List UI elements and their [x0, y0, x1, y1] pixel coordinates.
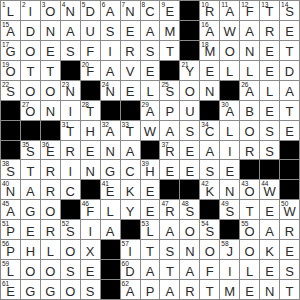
cell-r4c3[interactable]: T [41, 61, 60, 80]
cell-r14c8[interactable]: A [141, 260, 160, 279]
block-r15c6 [101, 280, 120, 299]
cell-letter: H [21, 240, 40, 259]
cell-r2c12[interactable]: W [220, 21, 239, 40]
cell-r2c15[interactable]: E [280, 21, 299, 40]
cell-r14c13[interactable]: L [240, 260, 259, 279]
cell-letter: E [141, 180, 160, 199]
cell-letter: K [260, 240, 279, 259]
cell-r12c8[interactable]: 53L [141, 220, 160, 239]
cell-r6c10[interactable]: U [180, 101, 199, 120]
cell-r15c13[interactable]: E [240, 280, 259, 299]
cell-letter: L [240, 260, 259, 279]
cell-r4c6[interactable]: A [101, 61, 120, 80]
cell-r13c3[interactable]: L [41, 240, 60, 259]
cell-r13c8[interactable]: T [141, 240, 160, 259]
block-r10c5 [81, 180, 100, 199]
cell-r12c10[interactable]: O [180, 220, 199, 239]
cell-r9c10[interactable]: E [180, 160, 199, 179]
cell-r2c7[interactable]: E [121, 21, 140, 40]
cell-r12c13[interactable]: 55O [240, 220, 259, 239]
cell-letter: E [41, 141, 60, 160]
cell-r4c10[interactable]: 21Y [180, 61, 199, 80]
cell-r13c14[interactable]: K [260, 240, 279, 259]
cell-letter: O [21, 101, 40, 120]
cell-r5c3[interactable]: O [41, 81, 60, 100]
cell-r10c12[interactable]: N [220, 180, 239, 199]
cell-letter: T [280, 101, 299, 120]
cell-r5c9[interactable]: 25S [160, 81, 179, 100]
cell-letter: X [81, 240, 100, 259]
cell-r3c6[interactable]: I [101, 41, 120, 60]
cell-letter: R [260, 21, 279, 40]
cell-letter: F [81, 41, 100, 60]
cell-letter: E [280, 21, 299, 40]
cell-r14c11[interactable]: F [200, 260, 219, 279]
cell-r10c8[interactable]: E [141, 180, 160, 199]
cell-r11c10[interactable]: 48S [180, 200, 199, 219]
block-r6c1 [1, 101, 20, 120]
cell-r8c13[interactable]: R [240, 141, 259, 160]
cell-letter: E [101, 180, 120, 199]
cell-r5c4[interactable]: 23N [61, 81, 80, 100]
cell-letter: L [141, 81, 160, 100]
cell-r13c2[interactable]: H [21, 240, 40, 259]
cell-letter: S [101, 21, 120, 40]
cell-r4c12[interactable]: L [220, 61, 239, 80]
cell-letter: L [1, 1, 20, 20]
cell-r3c1[interactable]: 17G [1, 41, 20, 60]
cell-r2c5[interactable]: U [81, 21, 100, 40]
cell-letter: D [121, 260, 140, 279]
cell-r8c12[interactable]: I [220, 141, 239, 160]
cell-letter: W [280, 200, 299, 219]
cell-letter: O [61, 240, 80, 259]
cell-letter: A [61, 21, 80, 40]
cell-r14c2[interactable]: O [21, 260, 40, 279]
cell-r8c10[interactable]: E [180, 141, 199, 160]
cell-letter: E [41, 41, 60, 60]
cell-r13c11[interactable]: O [200, 240, 219, 259]
cell-r3c13[interactable]: N [240, 41, 259, 60]
cell-r8c7[interactable]: A [121, 141, 140, 160]
cell-r9c4[interactable]: I [61, 160, 80, 179]
cell-letter: E [260, 41, 279, 60]
cell-r9c7[interactable]: C [121, 160, 140, 179]
cell-letter: W [260, 180, 279, 199]
cell-r15c12[interactable]: M [220, 280, 239, 299]
cell-letter: F [200, 260, 219, 279]
cell-letter: I [101, 41, 120, 60]
cell-r11c5[interactable]: 46F [81, 200, 100, 219]
cell-r7c6[interactable]: 32A [101, 121, 120, 140]
cell-letter: F [240, 1, 259, 20]
cell-r11c9[interactable]: 47R [160, 200, 179, 219]
cell-letter: N [61, 81, 80, 100]
cell-r12c1[interactable]: 51P [1, 220, 20, 239]
cell-r7c11[interactable]: 34C [200, 121, 219, 140]
cell-r10c1[interactable]: 40N [1, 180, 20, 199]
cell-r5c13[interactable]: 26A [240, 81, 259, 100]
cell-r11c8[interactable]: E [141, 200, 160, 219]
cell-letter: L [101, 200, 120, 219]
cell-r3c11[interactable]: 18M [200, 41, 219, 60]
cell-r3c7[interactable]: R [121, 41, 140, 60]
cell-r15c1[interactable]: 61E [1, 280, 20, 299]
cell-r3c12[interactable]: O [220, 41, 239, 60]
cell-r8c5[interactable]: E [81, 141, 100, 160]
cell-r3c8[interactable]: S [141, 41, 160, 60]
cell-r2c9[interactable]: M [160, 21, 179, 40]
cell-letter: O [1, 61, 20, 80]
cell-letter: G [21, 280, 40, 299]
cell-r11c12[interactable]: 49S [220, 200, 239, 219]
cell-r15c4[interactable]: O [61, 280, 80, 299]
cell-letter: O [41, 260, 60, 279]
cell-r4c11[interactable]: E [200, 61, 219, 80]
cell-r6c3[interactable]: N [41, 101, 60, 120]
cell-r6c13[interactable]: B [240, 101, 259, 120]
cell-r12c15[interactable]: R [280, 220, 299, 239]
cell-r9c11[interactable]: S [200, 160, 219, 179]
block-r5c12 [220, 81, 239, 100]
block-r4c9 [160, 61, 179, 80]
cell-letter: A [141, 21, 160, 40]
cell-r14c4[interactable]: S [61, 260, 80, 279]
cell-r5c14[interactable]: L [260, 81, 279, 100]
cell-r10c6[interactable]: 41E [101, 180, 120, 199]
cell-r7c14[interactable]: S [260, 121, 279, 140]
cell-letter: N [121, 1, 140, 20]
cell-r6c4[interactable]: I [61, 101, 80, 120]
cell-letter: A [180, 260, 199, 279]
block-r12c12 [220, 220, 239, 239]
cell-letter: N [101, 81, 120, 100]
cell-letter: O [41, 1, 60, 20]
cell-r3c3[interactable]: E [41, 41, 60, 60]
cell-r6c9[interactable]: P [160, 101, 179, 120]
cell-r9c8[interactable]: 39H [141, 160, 160, 179]
cell-letter: S [141, 41, 160, 60]
cell-r9c2[interactable]: T [21, 160, 40, 179]
cell-letter: S [280, 260, 299, 279]
cell-r14c15[interactable]: S [280, 260, 299, 279]
cell-r5c2[interactable]: O [21, 81, 40, 100]
cell-r8c3[interactable]: 36E [41, 141, 60, 160]
cell-letter: S [61, 220, 80, 239]
cell-letter: M [200, 41, 219, 60]
block-r10c9 [160, 180, 179, 199]
cell-r1c3[interactable]: 3O [41, 1, 60, 20]
cell-r1c15[interactable]: 14S [280, 1, 299, 20]
cell-letter: E [280, 240, 299, 259]
cell-r1c14[interactable]: 13T [260, 1, 279, 20]
cell-r3c2[interactable]: O [21, 41, 40, 60]
cell-r14c5[interactable]: E [81, 260, 100, 279]
cell-r13c5[interactable]: X [81, 240, 100, 259]
cell-r14c10[interactable]: A [180, 260, 199, 279]
crossword-grid: 1L2I3O4N5D6A7N8C9E10R11A12F13T14S15ADNAU… [0, 0, 300, 300]
cell-letter: S [220, 200, 239, 219]
cell-letter: E [260, 260, 279, 279]
cell-r8c6[interactable]: N [101, 141, 120, 160]
cell-r15c15[interactable]: T [280, 280, 299, 299]
cell-r9c6[interactable]: G [101, 160, 120, 179]
cell-r12c14[interactable]: A [260, 220, 279, 239]
cell-r13c7[interactable]: 57I [121, 240, 140, 259]
cell-letter: N [1, 180, 20, 199]
cell-r15c3[interactable]: G [41, 280, 60, 299]
cell-r15c7[interactable]: 62A [121, 280, 140, 299]
cell-r14c14[interactable]: E [260, 260, 279, 279]
cell-r6c14[interactable]: E [260, 101, 279, 120]
cell-letter: L [260, 81, 279, 100]
cell-letter: O [240, 220, 259, 239]
cell-letter: E [81, 141, 100, 160]
cell-letter: C [141, 1, 160, 20]
cell-r7c10[interactable]: S [180, 121, 199, 140]
cell-r4c8[interactable]: E [141, 61, 160, 80]
cell-r3c4[interactable]: S [61, 41, 80, 60]
cell-r1c9[interactable]: 9E [160, 1, 179, 20]
cell-r8c14[interactable]: S [260, 141, 279, 160]
cell-r12c4[interactable]: 52S [61, 220, 80, 239]
cell-letter: O [240, 121, 259, 140]
cell-r8c2[interactable]: 35S [21, 141, 40, 160]
cell-letter: O [21, 81, 40, 100]
cell-r2c3[interactable]: N [41, 21, 60, 40]
block-r5c5 [81, 81, 100, 100]
cell-r15c2[interactable]: G [21, 280, 40, 299]
cell-r12c9[interactable]: A [160, 220, 179, 239]
cell-r14c9[interactable]: T [160, 260, 179, 279]
cell-r2c8[interactable]: A [141, 21, 160, 40]
block-r6c11 [200, 101, 219, 120]
cell-r1c13[interactable]: 12F [240, 1, 259, 20]
cell-r11c3[interactable]: O [41, 200, 60, 219]
cell-r10c11[interactable]: 42K [200, 180, 219, 199]
cell-r12c2[interactable]: E [21, 220, 40, 239]
cell-letter: J [220, 240, 239, 259]
cell-letter: T [21, 160, 40, 179]
cell-r1c12[interactable]: 11A [220, 1, 239, 20]
cell-r1c11[interactable]: 10R [200, 1, 219, 20]
cell-r11c14[interactable]: E [260, 200, 279, 219]
cell-letter: S [180, 121, 199, 140]
cell-letter: R [160, 200, 179, 219]
cell-r14c3[interactable]: O [41, 260, 60, 279]
cell-r10c4[interactable]: C [61, 180, 80, 199]
cell-letter: A [160, 121, 179, 140]
cell-r7c5[interactable]: H [81, 121, 100, 140]
cell-r9c1[interactable]: 38S [1, 160, 20, 179]
cell-r3c15[interactable]: T [280, 41, 299, 60]
cell-r3c14[interactable]: E [260, 41, 279, 60]
cell-r11c15[interactable]: 50W [280, 200, 299, 219]
cell-letter: E [141, 61, 160, 80]
cell-r13c4[interactable]: O [61, 240, 80, 259]
cell-r4c15[interactable]: D [280, 61, 299, 80]
cell-letter: E [180, 141, 199, 160]
cell-letter: P [1, 240, 20, 259]
cell-r8c4[interactable]: R [61, 141, 80, 160]
cell-letter: E [260, 101, 279, 120]
block-r7c3 [41, 121, 60, 140]
cell-r7c9[interactable]: A [160, 121, 179, 140]
cell-letter: A [240, 81, 259, 100]
cell-letter: O [240, 240, 259, 259]
cell-r11c2[interactable]: G [21, 200, 40, 219]
cell-r4c13[interactable]: L [240, 61, 259, 80]
cell-letter: S [81, 280, 100, 299]
cell-r2c11[interactable]: 16A [200, 21, 219, 40]
cell-letter: R [61, 141, 80, 160]
cell-letter: A [200, 21, 219, 40]
cell-letter: E [121, 21, 140, 40]
cell-letter: V [121, 61, 140, 80]
cell-r4c7[interactable]: V [121, 61, 140, 80]
cell-r15c9[interactable]: A [160, 280, 179, 299]
cell-r2c14[interactable]: R [260, 21, 279, 40]
cell-r13c1[interactable]: 56P [1, 240, 20, 259]
cell-r5c15[interactable]: A [280, 81, 299, 100]
cell-r1c6[interactable]: 6A [101, 1, 120, 20]
cell-letter: D [280, 61, 299, 80]
cell-r14c7[interactable]: 60D [121, 260, 140, 279]
cell-r10c13[interactable]: 43O [240, 180, 259, 199]
cell-r15c14[interactable]: N [260, 280, 279, 299]
cell-r13c13[interactable]: O [240, 240, 259, 259]
cell-r14c12[interactable]: I [220, 260, 239, 279]
cell-r15c10[interactable]: R [180, 280, 199, 299]
cell-r7c7[interactable]: 33T [121, 121, 140, 140]
cell-r5c1[interactable]: 22S [1, 81, 20, 100]
cell-r13c15[interactable]: E [280, 240, 299, 259]
cell-r15c11[interactable]: T [200, 280, 219, 299]
cell-r3c5[interactable]: F [81, 41, 100, 60]
cell-r7c4[interactable]: 31T [61, 121, 80, 140]
cell-r2c2[interactable]: D [21, 21, 40, 40]
cell-r15c5[interactable]: S [81, 280, 100, 299]
cell-r10c14[interactable]: 44W [260, 180, 279, 199]
cell-r5c7[interactable]: E [121, 81, 140, 100]
cell-r5c8[interactable]: L [141, 81, 160, 100]
cell-letter: N [61, 1, 80, 20]
cell-r12c6[interactable]: A [101, 220, 120, 239]
cell-r7c8[interactable]: W [141, 121, 160, 140]
cell-r11c1[interactable]: 45A [1, 200, 20, 219]
cell-r6c12[interactable]: 30A [220, 101, 239, 120]
cell-r6c8[interactable]: 29A [141, 101, 160, 120]
cell-r4c14[interactable]: E [260, 61, 279, 80]
cell-r9c9[interactable]: E [160, 160, 179, 179]
block-r6c6 [101, 101, 120, 120]
cell-letter: A [141, 101, 160, 120]
cell-r12c5[interactable]: I [81, 220, 100, 239]
cell-r1c5[interactable]: 5D [81, 1, 100, 20]
cell-letter: N [180, 240, 199, 259]
cell-r12c11[interactable]: 54S [200, 220, 219, 239]
cell-r13c12[interactable]: 58J [220, 240, 239, 259]
cell-letter: L [220, 121, 239, 140]
cell-r5c11[interactable]: N [200, 81, 219, 100]
cell-letter: A [101, 220, 120, 239]
cell-letter: O [220, 41, 239, 60]
cell-r3c9[interactable]: T [160, 41, 179, 60]
cell-r9c12[interactable]: E [220, 160, 239, 179]
cell-r4c2[interactable]: T [21, 61, 40, 80]
cell-r9c5[interactable]: N [81, 160, 100, 179]
cell-letter: P [1, 220, 20, 239]
cell-r1c1[interactable]: 1L [1, 1, 20, 20]
cell-r8c9[interactable]: 37R [160, 141, 179, 160]
cell-letter: E [1, 280, 20, 299]
cell-r5c6[interactable]: 24N [101, 81, 120, 100]
cell-r2c13[interactable]: A [240, 21, 259, 40]
cell-r1c8[interactable]: 8C [141, 1, 160, 20]
cell-r2c4[interactable]: A [61, 21, 80, 40]
cell-r5c10[interactable]: O [180, 81, 199, 100]
cell-letter: O [200, 240, 219, 259]
cell-letter: I [61, 101, 80, 120]
cell-r7c12[interactable]: L [220, 121, 239, 140]
cell-r4c1[interactable]: 19O [1, 61, 20, 80]
cell-r13c10[interactable]: N [180, 240, 199, 259]
cell-letter: O [41, 81, 60, 100]
cell-r8c11[interactable]: A [200, 141, 219, 160]
cell-r11c7[interactable]: Y [121, 200, 140, 219]
cell-r7c13[interactable]: O [240, 121, 259, 140]
cell-letter: S [180, 200, 199, 219]
cell-letter: N [200, 81, 219, 100]
cell-letter: R [41, 220, 60, 239]
cell-r10c7[interactable]: K [121, 180, 140, 199]
cell-letter: R [200, 1, 219, 20]
cell-r2c1[interactable]: 15A [1, 21, 20, 40]
cell-r12c3[interactable]: R [41, 220, 60, 239]
cell-r15c8[interactable]: P [141, 280, 160, 299]
cell-letter: C [200, 121, 219, 140]
cell-letter: I [220, 141, 239, 160]
cell-r2c6[interactable]: S [101, 21, 120, 40]
cell-letter: R [41, 160, 60, 179]
cell-r1c2[interactable]: 2I [21, 1, 40, 20]
cell-r6c2[interactable]: 27O [21, 101, 40, 120]
cell-r1c4[interactable]: 4N [61, 1, 80, 20]
cell-letter: I [61, 160, 80, 179]
cell-r10c2[interactable]: A [21, 180, 40, 199]
cell-r4c5[interactable]: 20F [81, 61, 100, 80]
block-r12c7 [121, 220, 140, 239]
cell-r11c6[interactable]: L [101, 200, 120, 219]
cell-r6c5[interactable]: 28T [81, 101, 100, 120]
cell-letter: B [240, 101, 259, 120]
cell-r10c3[interactable]: R [41, 180, 60, 199]
cell-r11c13[interactable]: T [240, 200, 259, 219]
cell-r6c15[interactable]: T [280, 101, 299, 120]
cell-r14c1[interactable]: 59L [1, 260, 20, 279]
block-r9c15 [280, 160, 299, 179]
cell-letter: S [200, 160, 219, 179]
cell-letter: N [81, 160, 100, 179]
cell-r9c3[interactable]: R [41, 160, 60, 179]
cell-r7c15[interactable]: E [280, 121, 299, 140]
cell-r13c9[interactable]: S [160, 240, 179, 259]
cell-r1c7[interactable]: 7N [121, 1, 140, 20]
cell-letter: R [280, 220, 299, 239]
cell-letter: R [41, 180, 60, 199]
cell-letter: U [180, 101, 199, 120]
cell-letter: T [200, 280, 219, 299]
